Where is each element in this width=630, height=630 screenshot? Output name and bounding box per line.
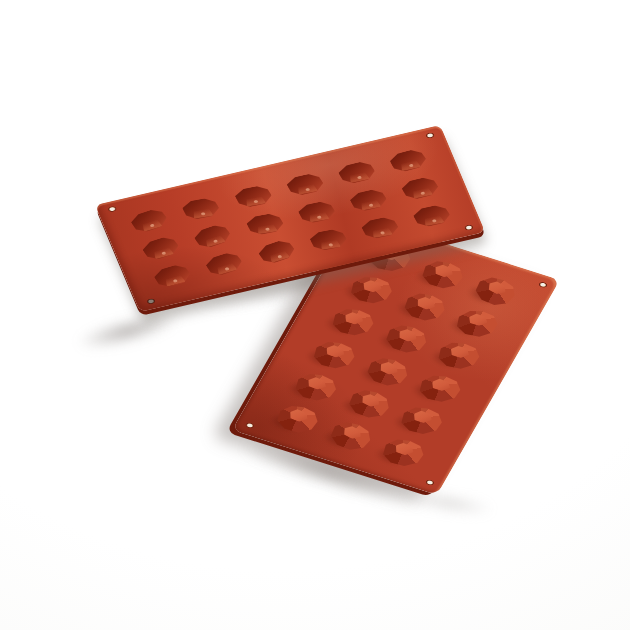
gem-bump <box>270 401 323 438</box>
gem-bump <box>344 271 397 308</box>
gem-cavity <box>232 184 274 209</box>
gem-bump <box>307 336 360 373</box>
gem-cavity <box>244 212 285 236</box>
gem-bump <box>376 434 429 471</box>
gem-cavity <box>411 203 453 228</box>
gem-cavity <box>347 188 389 213</box>
gem-cavity <box>139 235 181 263</box>
gem-bump <box>326 303 379 340</box>
gem-bump <box>289 368 342 405</box>
corner-hole <box>145 298 156 306</box>
corner-hole <box>424 132 435 140</box>
gem-bump <box>413 370 466 407</box>
gem-cavity <box>387 148 429 174</box>
corner-hole <box>424 478 436 486</box>
gem-cavity <box>180 197 221 221</box>
gem-cavity <box>151 263 193 290</box>
gem-cavity <box>296 200 338 225</box>
gem-cavity <box>284 172 326 197</box>
corner-hole <box>106 205 117 213</box>
gem-cavity <box>255 238 297 266</box>
gem-cavity <box>399 175 441 201</box>
product-photo-stage <box>0 0 630 630</box>
gem-cavity <box>191 222 233 250</box>
corner-hole <box>463 224 474 232</box>
gem-bump <box>450 305 503 342</box>
corner-hole <box>244 421 256 429</box>
gem-cavity <box>359 216 401 241</box>
gem-cavity <box>203 250 245 278</box>
corner-hole <box>537 281 549 289</box>
gem-cavity <box>307 228 348 252</box>
gem-cavity <box>128 207 170 235</box>
gem-bump <box>432 337 485 374</box>
table-shadow-back-left <box>56 300 199 363</box>
gem-bump <box>395 402 448 439</box>
table-shadow-front-corner <box>387 483 509 524</box>
gem-cavity <box>336 160 378 186</box>
gem-bump <box>468 273 521 310</box>
